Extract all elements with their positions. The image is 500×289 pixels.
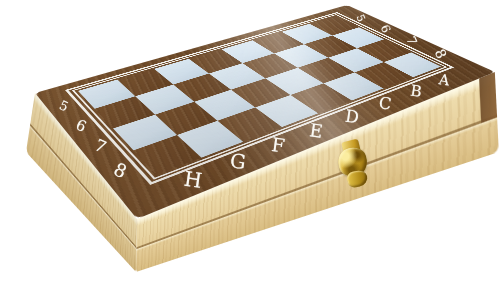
file-label-c: C [377,95,392,113]
file-label-d: D [344,108,360,127]
file-label-g: G [228,152,246,174]
clasp-hook [346,169,369,189]
file-label-b: B [409,83,422,100]
file-label-h: H [183,169,204,192]
chess-box-photo: 56785678HGFEDCBA [0,0,500,289]
file-label-a: A [438,72,450,88]
lid-end-grain [479,72,497,123]
